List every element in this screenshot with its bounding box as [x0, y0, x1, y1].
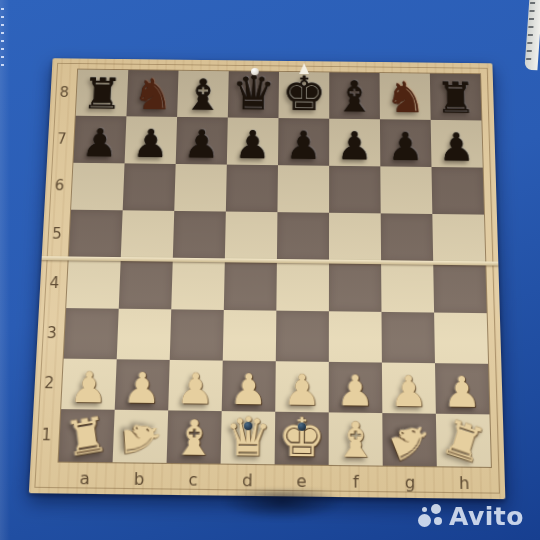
square-b1: ♞	[113, 410, 169, 463]
square-e3	[276, 310, 329, 361]
logo-circle	[418, 514, 431, 527]
piece-black-pawn-e7: ♟	[285, 127, 321, 164]
piece-black-king-e8: ♚	[282, 72, 327, 117]
rank-label-2: 2	[35, 358, 62, 410]
square-d8: ♛	[228, 71, 279, 118]
piece-black-knight-b8: ♞	[132, 75, 173, 116]
square-d6	[226, 164, 278, 212]
square-f7: ♟	[329, 118, 380, 165]
square-e4	[276, 261, 329, 311]
board-frame: ♜♞♝♛♚♝♞♜♟♟♟♟♟♟♟♟♟♟♟♟♟♟♟♟♜♞♝♛♚♝♞♜ 8765432…	[29, 58, 506, 499]
piece-white-pawn-b2: ♟	[123, 369, 162, 410]
square-g7: ♟	[380, 119, 432, 166]
square-c7: ♟	[176, 117, 228, 164]
file-label-b: b	[111, 465, 166, 492]
piece-white-knight-g1: ♞	[380, 413, 438, 470]
square-h8: ♜	[430, 74, 482, 121]
piece-black-pawn-f7: ♟	[337, 128, 373, 165]
square-b5	[121, 211, 175, 260]
square-a8: ♜	[76, 70, 129, 117]
square-f1: ♝	[329, 413, 383, 466]
rank-label-4: 4	[41, 258, 68, 308]
avito-logo-icon	[418, 504, 444, 530]
square-a3	[64, 308, 119, 359]
rank-label-7: 7	[49, 115, 75, 162]
logo-circle	[431, 504, 441, 514]
avito-watermark: Avito	[418, 502, 524, 531]
square-d2: ♟	[222, 360, 276, 412]
square-b3	[117, 308, 172, 359]
square-e2: ♟	[275, 361, 329, 413]
photo-scene: ♜♞♝♛♚♝♞♜♟♟♟♟♟♟♟♟♟♟♟♟♟♟♟♟♜♞♝♛♚♝♞♜ 8765432…	[0, 0, 540, 540]
piece-white-pawn-c2: ♟	[176, 370, 215, 411]
logo-circle	[434, 517, 442, 525]
square-h4	[433, 263, 486, 313]
board-squares: ♜♞♝♛♚♝♞♜♟♟♟♟♟♟♟♟♟♟♟♟♟♟♟♟♜♞♝♛♚♝♞♜	[59, 70, 491, 467]
file-label-g: g	[383, 469, 438, 496]
square-c3	[170, 309, 224, 360]
file-label-c: c	[166, 466, 221, 493]
square-a7: ♟	[73, 115, 126, 162]
square-d1: ♛	[221, 411, 276, 464]
notebook-spiral-edge	[524, 0, 540, 70]
piece-white-knight-b1: ♞	[117, 415, 164, 462]
square-d3	[223, 310, 277, 361]
square-c1: ♝	[167, 411, 222, 464]
piece-black-bishop-c8: ♝	[182, 75, 223, 116]
square-f2: ♟	[329, 361, 383, 413]
square-a6	[71, 162, 124, 210]
square-h6	[431, 167, 483, 215]
piece-black-rook-a8: ♜	[81, 74, 123, 115]
piece-white-queen-d1: ♛	[224, 412, 272, 463]
square-h5	[432, 214, 485, 263]
square-c2: ♟	[168, 359, 223, 411]
piece-black-pawn-a7: ♟	[81, 125, 119, 162]
piece-white-king-e1: ♚	[278, 412, 326, 463]
square-c6	[174, 164, 227, 212]
square-c4	[171, 260, 225, 310]
rank-label-8: 8	[51, 69, 77, 115]
piece-white-pawn-a2: ♟	[69, 368, 108, 409]
square-g4	[381, 262, 434, 312]
square-h2: ♟	[435, 363, 489, 415]
square-b6	[123, 163, 176, 211]
piece-black-knight-g8: ♞	[385, 78, 426, 119]
square-b8: ♞	[126, 70, 178, 117]
file-label-a: a	[57, 465, 112, 492]
piece-white-pawn-h2: ♟	[443, 373, 482, 414]
square-g5	[381, 214, 434, 263]
piece-black-pawn-g7: ♟	[387, 128, 424, 165]
watermark-text: Avito	[449, 502, 524, 531]
square-g1: ♞	[382, 413, 436, 466]
piece-white-rook-a1: ♜	[63, 412, 111, 464]
square-h7: ♟	[431, 120, 483, 167]
board-shadow	[222, 490, 342, 520]
square-b7: ♟	[125, 116, 178, 163]
rank-label-1: 1	[33, 409, 61, 462]
piece-black-pawn-d7: ♟	[234, 127, 271, 164]
square-d7: ♟	[227, 117, 279, 164]
square-g3	[381, 312, 434, 363]
square-g2: ♟	[382, 362, 436, 414]
square-b4	[119, 259, 173, 309]
square-e8: ♚	[279, 72, 330, 119]
logo-circle	[422, 507, 427, 512]
piece-black-bishop-f8: ♝	[334, 77, 374, 118]
square-b2: ♟	[115, 359, 170, 411]
square-f6	[329, 165, 381, 213]
rank-label-5: 5	[44, 210, 70, 259]
piece-white-bishop-c1: ♝	[172, 416, 216, 462]
rank-label-6: 6	[46, 162, 72, 210]
square-c5	[173, 211, 226, 260]
square-f4	[329, 262, 382, 312]
square-g8: ♞	[380, 73, 431, 120]
piece-black-pawn-h7: ♟	[438, 129, 475, 166]
left-spiral-dots	[1, 8, 4, 66]
piece-white-bishop-f1: ♝	[334, 418, 377, 464]
square-h3	[434, 312, 488, 363]
square-f5	[329, 213, 381, 262]
piece-white-rook-h1: ♜	[436, 414, 490, 471]
square-e6	[277, 165, 329, 213]
file-label-h: h	[437, 469, 492, 496]
piece-black-rook-h8: ♜	[435, 78, 476, 119]
square-e7: ♟	[278, 118, 329, 165]
square-e1: ♚	[275, 412, 329, 465]
piece-white-pawn-f2: ♟	[337, 372, 375, 413]
square-d4	[224, 260, 277, 310]
piece-black-pawn-c7: ♟	[183, 126, 220, 163]
square-a2: ♟	[61, 358, 117, 410]
square-a1: ♜	[59, 409, 115, 462]
square-e5	[277, 212, 329, 261]
piece-black-pawn-b7: ♟	[132, 125, 169, 162]
chess-board: ♜♞♝♛♚♝♞♜♟♟♟♟♟♟♟♟♟♟♟♟♟♟♟♟♜♞♝♛♚♝♞♜ 8765432…	[29, 58, 506, 499]
square-a5	[69, 210, 123, 259]
square-g6	[380, 166, 432, 214]
square-f8: ♝	[329, 72, 380, 119]
piece-black-queen-d8: ♛	[231, 72, 276, 117]
square-c8: ♝	[177, 71, 229, 118]
square-a4	[66, 258, 120, 308]
square-h1: ♜	[436, 414, 491, 467]
square-d5	[225, 212, 278, 261]
piece-white-pawn-g2: ♟	[390, 372, 428, 413]
square-f3	[329, 311, 382, 362]
rank-label-3: 3	[38, 308, 65, 359]
